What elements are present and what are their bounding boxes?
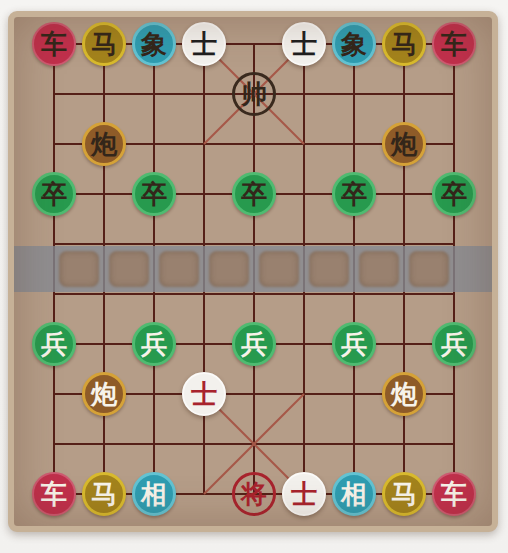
piece-bottom-soldier-a6[interactable]: 兵 bbox=[32, 322, 76, 366]
piece-top-elephant-c0[interactable]: 象 bbox=[132, 22, 176, 66]
river-cell-glyph bbox=[159, 251, 199, 287]
river-cell-glyph bbox=[359, 251, 399, 287]
piece-bottom-cannon-b7[interactable]: 炮 bbox=[82, 372, 126, 416]
river-cell-glyph bbox=[309, 251, 349, 287]
piece-bottom-soldier-i6[interactable]: 兵 bbox=[432, 322, 476, 366]
piece-top-advisor-d0[interactable]: 士 bbox=[182, 22, 226, 66]
piece-top-cannon-h2[interactable]: 炮 bbox=[382, 122, 426, 166]
piece-top-horse-h0[interactable]: 马 bbox=[382, 22, 426, 66]
piece-top-advisor-f0[interactable]: 士 bbox=[282, 22, 326, 66]
piece-bottom-chariot-a9[interactable]: 车 bbox=[32, 472, 76, 516]
piece-top-soldier-c3[interactable]: 卒 bbox=[132, 172, 176, 216]
xiangqi-board[interactable]: 车马象士士象马车帅炮炮卒卒卒卒卒兵兵兵兵兵炮士炮车马相将士相马车 bbox=[8, 11, 498, 532]
piece-top-horse-b0[interactable]: 马 bbox=[82, 22, 126, 66]
piece-bottom-chariot-i9[interactable]: 车 bbox=[432, 472, 476, 516]
river-cell-glyph bbox=[109, 251, 149, 287]
river-cell-glyph bbox=[209, 251, 249, 287]
piece-bottom-elephant-g9[interactable]: 相 bbox=[332, 472, 376, 516]
piece-bottom-general-e9[interactable]: 将 bbox=[232, 472, 276, 516]
piece-bottom-cannon-h7[interactable]: 炮 bbox=[382, 372, 426, 416]
piece-bottom-advisor-d7[interactable]: 士 bbox=[182, 372, 226, 416]
river-cell-glyph bbox=[409, 251, 449, 287]
piece-bottom-elephant-c9[interactable]: 相 bbox=[132, 472, 176, 516]
piece-top-soldier-e3[interactable]: 卒 bbox=[232, 172, 276, 216]
piece-top-chariot-a0[interactable]: 车 bbox=[32, 22, 76, 66]
piece-top-general-e1[interactable]: 帅 bbox=[232, 72, 276, 116]
piece-bottom-soldier-e6[interactable]: 兵 bbox=[232, 322, 276, 366]
piece-top-chariot-i0[interactable]: 车 bbox=[432, 22, 476, 66]
piece-bottom-horse-h9[interactable]: 马 bbox=[382, 472, 426, 516]
board-field: 车马象士士象马车帅炮炮卒卒卒卒卒兵兵兵兵兵炮士炮车马相将士相马车 bbox=[14, 17, 492, 526]
piece-bottom-advisor-f9[interactable]: 士 bbox=[282, 472, 326, 516]
piece-top-elephant-g0[interactable]: 象 bbox=[332, 22, 376, 66]
piece-top-soldier-a3[interactable]: 卒 bbox=[32, 172, 76, 216]
river-cell-glyph bbox=[259, 251, 299, 287]
piece-bottom-soldier-c6[interactable]: 兵 bbox=[132, 322, 176, 366]
xiangqi-app: 车马象士士象马车帅炮炮卒卒卒卒卒兵兵兵兵兵炮士炮车马相将士相马车 bbox=[0, 0, 508, 553]
piece-top-soldier-g3[interactable]: 卒 bbox=[332, 172, 376, 216]
piece-top-cannon-b2[interactable]: 炮 bbox=[82, 122, 126, 166]
piece-top-soldier-i3[interactable]: 卒 bbox=[432, 172, 476, 216]
river-cell-glyph bbox=[59, 251, 99, 287]
river-band bbox=[14, 246, 492, 292]
piece-bottom-horse-b9[interactable]: 马 bbox=[82, 472, 126, 516]
piece-bottom-soldier-g6[interactable]: 兵 bbox=[332, 322, 376, 366]
